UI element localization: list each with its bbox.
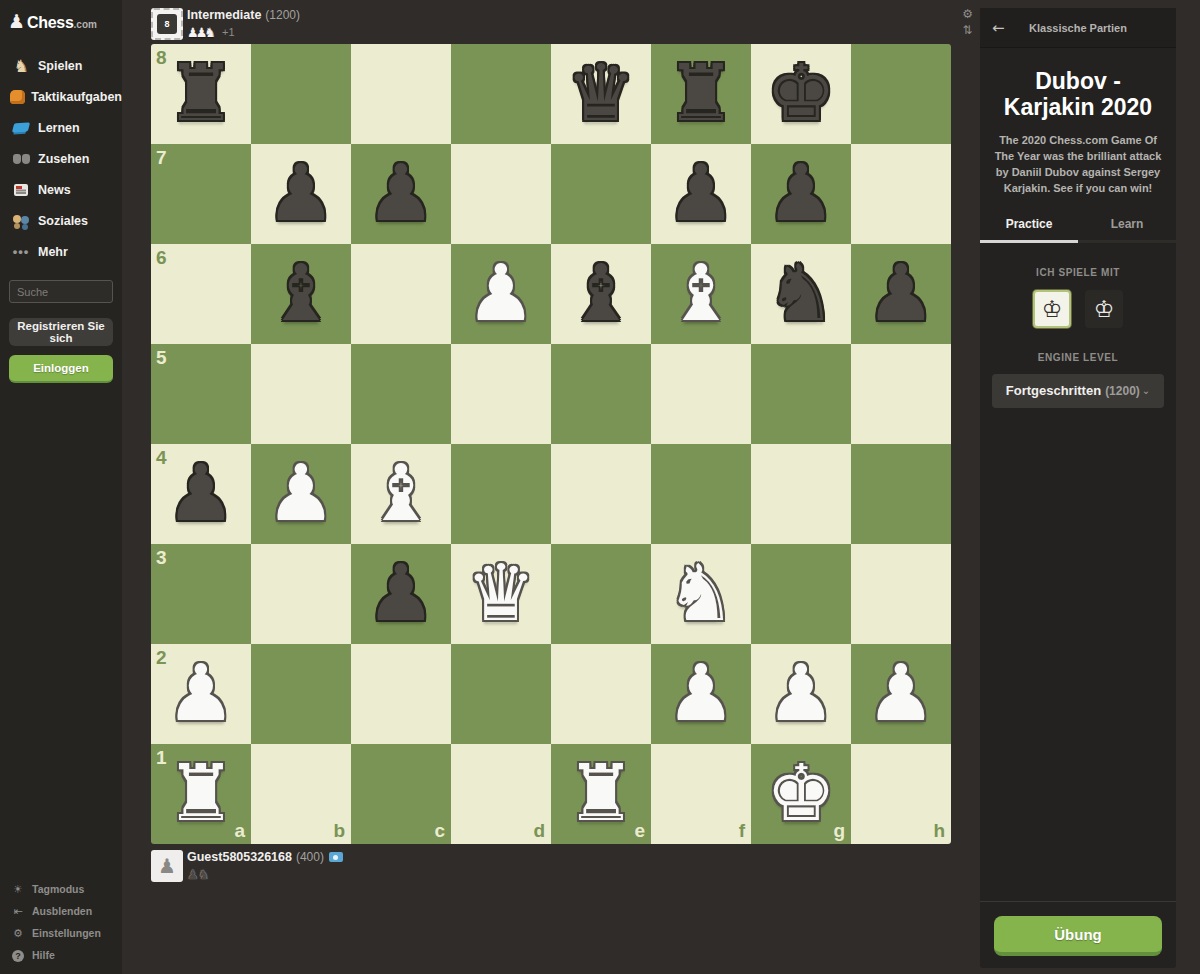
- panel-header: ← Klassische Partien: [980, 8, 1176, 48]
- black-queen: ♛: [551, 44, 651, 144]
- square-f8[interactable]: ♜: [651, 44, 751, 144]
- file-label: h: [933, 820, 945, 842]
- sidebar-nav: ♞ Spielen Taktikaufgaben Lernen Zusehen …: [0, 50, 122, 267]
- panel-tabs: Practice Learn: [980, 217, 1176, 243]
- help-icon: ?: [9, 949, 27, 962]
- square-a8[interactable]: 8♜: [151, 44, 251, 144]
- square-e5[interactable]: [551, 344, 651, 444]
- player-flag-icon: [329, 852, 343, 862]
- material-advantage: +1: [222, 26, 235, 38]
- black-pawn: ♟: [351, 544, 451, 644]
- engine-level-label: ENGINE LEVEL: [980, 352, 1176, 363]
- rank-label: 6: [156, 247, 167, 269]
- sidebar-item-lernen[interactable]: Lernen: [0, 112, 122, 143]
- search-input[interactable]: [9, 280, 113, 303]
- captured-glyphs: ♟♟♞: [187, 23, 213, 41]
- graduation-cap-icon: [9, 118, 33, 138]
- square-h3[interactable]: [851, 544, 951, 644]
- captured-glyphs: ♟♞: [187, 865, 208, 883]
- login-button[interactable]: Einloggen: [9, 355, 113, 383]
- bottom-captured-pieces: ♟♞: [187, 866, 343, 881]
- engine-name: Fortgeschritten: [1006, 383, 1101, 398]
- square-h4[interactable]: [851, 444, 951, 544]
- square-h2[interactable]: ♟: [851, 644, 951, 744]
- practice-button[interactable]: Übung: [994, 916, 1162, 956]
- black-bishop: ♝: [251, 244, 351, 344]
- square-e6[interactable]: ♝: [551, 244, 651, 344]
- lesson-panel: ← Klassische Partien Dubov - Karjakin 20…: [980, 8, 1176, 968]
- tab-learn[interactable]: Learn: [1078, 217, 1176, 240]
- sidebar-footer: ☀ Tagmodus ⇤ Ausblenden ⚙ Einstellungen …: [0, 878, 122, 974]
- captured-knight-icon: ♞: [198, 867, 210, 882]
- nav-label: Soziales: [38, 214, 88, 228]
- square-f1[interactable]: f: [651, 744, 751, 844]
- square-a7[interactable]: 7: [151, 144, 251, 244]
- square-f5[interactable]: [651, 344, 751, 444]
- white-pawn: ♟: [651, 644, 751, 744]
- square-g3[interactable]: [751, 544, 851, 644]
- white-knight: ♞: [651, 544, 751, 644]
- square-d4[interactable]: [451, 444, 551, 544]
- chevron-down-icon: ⌄: [1142, 385, 1150, 396]
- square-c8[interactable]: [351, 44, 451, 144]
- square-b3[interactable]: [251, 544, 351, 644]
- panel-footer: Übung: [980, 901, 1176, 960]
- sidebar-item-spielen[interactable]: ♞ Spielen: [0, 50, 122, 81]
- sidebar-item-news[interactable]: News: [0, 174, 122, 205]
- black-pawn: ♟: [851, 244, 951, 344]
- nav-label: Mehr: [38, 245, 68, 259]
- play-as-white-button[interactable]: ♔: [1033, 290, 1071, 328]
- top-player-name[interactable]: Intermediate: [187, 8, 261, 22]
- square-c4[interactable]: ♝: [351, 444, 451, 544]
- main-area: 8 Intermediate (1200) ♟♟♞ +1 ⚙ ⇅ 8♜♛♜♚7♟…: [122, 0, 980, 974]
- square-d3[interactable]: ♛: [451, 544, 551, 644]
- file-label: c: [434, 820, 445, 842]
- square-b8[interactable]: [251, 44, 351, 144]
- side-picker: ♔ ♔: [980, 290, 1176, 328]
- square-g4[interactable]: [751, 444, 851, 544]
- square-c3[interactable]: ♟: [351, 544, 451, 644]
- square-c2[interactable]: [351, 644, 451, 744]
- square-h5[interactable]: [851, 344, 951, 444]
- bottom-player-avatar[interactable]: ♟: [151, 850, 183, 882]
- sidebar-item-zusehen[interactable]: Zusehen: [0, 143, 122, 174]
- square-c6[interactable]: [351, 244, 451, 344]
- top-player-avatar[interactable]: 8: [151, 8, 183, 40]
- sidebar-item-taktikaufgaben[interactable]: Taktikaufgaben: [0, 81, 122, 112]
- white-bishop: ♝: [351, 444, 451, 544]
- square-d7[interactable]: [451, 144, 551, 244]
- lesson-description: The 2020 Chess.com Game Of The Year was …: [980, 133, 1176, 197]
- square-g7[interactable]: ♟: [751, 144, 851, 244]
- square-e7[interactable]: [551, 144, 651, 244]
- square-b1[interactable]: b: [251, 744, 351, 844]
- square-e3[interactable]: [551, 544, 651, 644]
- square-c5[interactable]: [351, 344, 451, 444]
- square-f7[interactable]: ♟: [651, 144, 751, 244]
- square-f6[interactable]: ♝: [651, 244, 751, 344]
- bottom-player-rating: (400): [296, 850, 324, 864]
- register-button[interactable]: Registrieren Sie sich: [9, 318, 113, 346]
- captured-pawn-icon: ♟: [187, 867, 199, 882]
- captured-knight-icon: ♞: [204, 25, 216, 40]
- engine-rating: (1200): [1105, 384, 1140, 398]
- square-h6[interactable]: ♟: [851, 244, 951, 344]
- logo-pawn-icon: ♟: [8, 10, 25, 32]
- help-link[interactable]: ? Hilfe: [9, 944, 122, 966]
- rank-label: 2: [156, 647, 167, 669]
- white-pawn: ♟: [451, 244, 551, 344]
- white-pawn: ♟: [851, 644, 951, 744]
- square-f4[interactable]: [651, 444, 751, 544]
- nav-label: Lernen: [38, 121, 80, 135]
- rank-label: 4: [156, 447, 167, 469]
- binoculars-icon: [9, 149, 33, 169]
- sidebar-item-soziales[interactable]: Soziales: [0, 205, 122, 236]
- sidebar: ♟ Chess .com ♞ Spielen Taktikaufgaben Le…: [0, 0, 122, 974]
- square-a5[interactable]: 5: [151, 344, 251, 444]
- file-label: e: [634, 820, 645, 842]
- daymode-icon: ☀: [9, 883, 27, 896]
- daymode-toggle[interactable]: ☀ Tagmodus: [9, 878, 122, 900]
- white-king-icon: ♔: [1042, 297, 1063, 321]
- settings-link[interactable]: ⚙ Einstellungen: [9, 922, 122, 944]
- rank-label: 1: [156, 747, 167, 769]
- footer-label: Ausblenden: [32, 905, 92, 917]
- top-player-rating: (1200): [265, 8, 300, 22]
- square-b2[interactable]: [251, 644, 351, 744]
- black-rook: ♜: [651, 44, 751, 144]
- square-e2[interactable]: [551, 644, 651, 744]
- square-h8[interactable]: [851, 44, 951, 144]
- square-d5[interactable]: [451, 344, 551, 444]
- nav-label: Zusehen: [38, 152, 89, 166]
- rank-label: 8: [156, 47, 167, 69]
- guest-pawn-icon: ♟: [158, 856, 176, 876]
- square-e1[interactable]: e♜: [551, 744, 651, 844]
- white-bishop: ♝: [651, 244, 751, 344]
- square-d1[interactable]: d: [451, 744, 551, 844]
- file-label: d: [533, 820, 545, 842]
- top-captured-pieces: ♟♟♞ +1: [187, 24, 300, 39]
- back-arrow-icon[interactable]: ←: [992, 19, 1005, 37]
- lesson-title: Dubov - Karjakin 2020: [980, 68, 1176, 121]
- logo-tld: .com: [74, 19, 97, 30]
- bottom-player-name[interactable]: Guest5805326168: [187, 850, 292, 864]
- square-f3[interactable]: ♞: [651, 544, 751, 644]
- square-h1[interactable]: h: [851, 744, 951, 844]
- people-icon: [9, 211, 33, 231]
- search-box: [9, 280, 113, 303]
- square-b7[interactable]: ♟: [251, 144, 351, 244]
- nav-label: News: [38, 183, 71, 197]
- engine-level-select[interactable]: Fortgeschritten (1200) ⌄: [992, 374, 1164, 408]
- black-bishop: ♝: [551, 244, 651, 344]
- square-a3[interactable]: 3: [151, 544, 251, 644]
- square-a6[interactable]: 6: [151, 244, 251, 344]
- sidebar-item-mehr[interactable]: ••• Mehr: [0, 236, 122, 267]
- square-e4[interactable]: [551, 444, 651, 544]
- puzzle-fist-icon: [9, 87, 26, 107]
- bottom-player-bar: ♟ Guest5805326168 (400) ♟♞: [151, 849, 973, 883]
- rank-label: 5: [156, 347, 167, 369]
- tab-practice[interactable]: Practice: [980, 217, 1078, 240]
- square-d6[interactable]: ♟: [451, 244, 551, 344]
- knight-icon: ♞: [9, 56, 33, 76]
- footer-label: Tagmodus: [32, 883, 84, 895]
- black-pawn: ♟: [751, 144, 851, 244]
- file-label: g: [833, 820, 845, 842]
- square-c7[interactable]: ♟: [351, 144, 451, 244]
- square-g5[interactable]: [751, 344, 851, 444]
- white-pawn: ♟: [751, 644, 851, 744]
- nav-label: Spielen: [38, 59, 82, 73]
- footer-label: Hilfe: [32, 949, 55, 961]
- square-h7[interactable]: [851, 144, 951, 244]
- square-f2[interactable]: ♟: [651, 644, 751, 744]
- footer-label: Einstellungen: [32, 927, 101, 939]
- black-pawn: ♟: [251, 144, 351, 244]
- square-a2[interactable]: 2♟: [151, 644, 251, 744]
- panel-header-title: Klassische Partien: [1029, 22, 1127, 34]
- square-c1[interactable]: c: [351, 744, 451, 844]
- square-b5[interactable]: [251, 344, 351, 444]
- cpu-chip-icon: 8: [157, 14, 177, 34]
- rank-label: 7: [156, 147, 167, 169]
- top-player-bar: 8 Intermediate (1200) ♟♟♞ +1 ⚙ ⇅: [151, 7, 973, 41]
- square-b6[interactable]: ♝: [251, 244, 351, 344]
- square-a4[interactable]: 4♟: [151, 444, 251, 544]
- flip-board-icon[interactable]: ⇅: [963, 23, 973, 37]
- logo-word: Chess: [27, 14, 74, 32]
- file-label: b: [333, 820, 345, 842]
- white-queen: ♛: [451, 544, 551, 644]
- collapse-icon: ⇤: [9, 905, 27, 918]
- play-as-black-button[interactable]: ♔: [1085, 290, 1123, 328]
- collapse-sidebar[interactable]: ⇤ Ausblenden: [9, 900, 122, 922]
- black-king: ♚: [751, 44, 851, 144]
- white-pawn: ♟: [251, 444, 351, 544]
- play-as-label: ICH SPIELE MIT: [980, 267, 1176, 278]
- black-pawn: ♟: [351, 144, 451, 244]
- square-b4[interactable]: ♟: [251, 444, 351, 544]
- square-a1[interactable]: 1a♜: [151, 744, 251, 844]
- square-g6[interactable]: ♞: [751, 244, 851, 344]
- black-knight: ♞: [751, 244, 851, 344]
- rank-label: 3: [156, 547, 167, 569]
- board-settings-gear-icon[interactable]: ⚙: [962, 7, 973, 21]
- square-d2[interactable]: [451, 644, 551, 744]
- black-pawn: ♟: [651, 144, 751, 244]
- nav-label: Taktikaufgaben: [31, 90, 122, 104]
- dots-icon: •••: [9, 242, 33, 262]
- square-e8[interactable]: ♛: [551, 44, 651, 144]
- square-d8[interactable]: [451, 44, 551, 144]
- square-g8[interactable]: ♚: [751, 44, 851, 144]
- gear-icon: ⚙: [9, 927, 27, 940]
- file-label: f: [739, 820, 745, 842]
- square-g1[interactable]: g♚: [751, 744, 851, 844]
- black-king-icon: ♔: [1094, 297, 1115, 321]
- file-label: a: [234, 820, 245, 842]
- chesscom-logo[interactable]: ♟ Chess .com: [0, 10, 122, 36]
- square-g2[interactable]: ♟: [751, 644, 851, 744]
- newspaper-icon: [9, 180, 33, 200]
- chess-board[interactable]: 8♜♛♜♚7♟♟♟♟6♝♟♝♝♞♟54♟♟♝3♟♛♞2♟♟♟♟1a♜bcde♜f…: [151, 44, 951, 844]
